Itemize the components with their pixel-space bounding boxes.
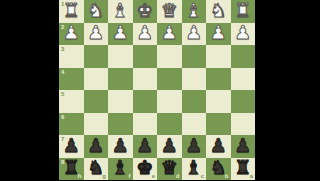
piece-white-pawn: ♟: [63, 23, 80, 42]
piece-white-knight: ♞: [87, 1, 104, 20]
piece-black-pawn: ♟: [161, 136, 178, 155]
square-b5[interactable]: [206, 90, 231, 113]
square-e4[interactable]: [133, 68, 158, 91]
rank-label: 7: [61, 136, 64, 142]
piece-black-pawn: ♟: [112, 136, 129, 155]
piece-white-queen: ♛: [161, 1, 178, 20]
square-d4[interactable]: [157, 68, 182, 91]
square-c4[interactable]: [182, 68, 207, 91]
piece-black-pawn: ♟: [234, 136, 251, 155]
piece-black-pawn: ♟: [136, 136, 153, 155]
piece-black-pawn: ♟: [87, 136, 104, 155]
piece-black-knight: ♞: [87, 158, 104, 177]
square-e5[interactable]: [133, 90, 158, 113]
rank-label: 5: [61, 91, 64, 97]
square-c7[interactable]: ♟: [182, 135, 207, 158]
square-d6[interactable]: [157, 113, 182, 136]
file-label: e: [152, 173, 155, 179]
file-label: g: [102, 173, 106, 179]
piece-white-bishop: ♝: [185, 1, 202, 20]
piece-white-rook: ♜: [63, 1, 80, 20]
square-h2[interactable]: 2♟: [59, 23, 84, 46]
square-a5[interactable]: [231, 90, 256, 113]
file-label: c: [201, 173, 204, 179]
piece-white-bishop: ♝: [112, 1, 129, 20]
square-c3[interactable]: [182, 45, 207, 68]
piece-black-pawn: ♟: [63, 136, 80, 155]
square-g5[interactable]: [84, 90, 109, 113]
piece-black-pawn: ♟: [185, 136, 202, 155]
piece-white-pawn: ♟: [161, 23, 178, 42]
file-label: f: [129, 173, 131, 179]
file-label: b: [225, 173, 229, 179]
piece-white-rook: ♜: [234, 1, 251, 20]
square-h5[interactable]: 5: [59, 90, 84, 113]
chess-board: 1♜♞♝♚♛♝♞♜2♟♟♟♟♟♟♟♟34567♟♟♟♟♟♟♟♟8h♜g♞f♝e♚…: [59, 0, 255, 180]
square-a3[interactable]: [231, 45, 256, 68]
square-e3[interactable]: [133, 45, 158, 68]
square-d1[interactable]: ♛: [157, 0, 182, 23]
square-f6[interactable]: [108, 113, 133, 136]
piece-black-king: ♚: [136, 158, 153, 177]
square-f4[interactable]: [108, 68, 133, 91]
rank-label: 1: [61, 1, 64, 7]
square-a6[interactable]: [231, 113, 256, 136]
piece-white-pawn: ♟: [234, 23, 251, 42]
square-g7[interactable]: ♟: [84, 135, 109, 158]
square-f2[interactable]: ♟: [108, 23, 133, 46]
square-e6[interactable]: [133, 113, 158, 136]
piece-white-pawn: ♟: [185, 23, 202, 42]
square-d7[interactable]: ♟: [157, 135, 182, 158]
piece-white-pawn: ♟: [136, 23, 153, 42]
square-d5[interactable]: [157, 90, 182, 113]
square-h6[interactable]: 6: [59, 113, 84, 136]
piece-white-knight: ♞: [210, 1, 227, 20]
square-a7[interactable]: ♟: [231, 135, 256, 158]
rank-label: 3: [61, 46, 64, 52]
square-a1[interactable]: ♜: [231, 0, 256, 23]
square-b1[interactable]: ♞: [206, 0, 231, 23]
square-c6[interactable]: [182, 113, 207, 136]
square-g4[interactable]: [84, 68, 109, 91]
square-b3[interactable]: [206, 45, 231, 68]
square-b2[interactable]: ♟: [206, 23, 231, 46]
piece-black-bishop: ♝: [185, 158, 202, 177]
square-e2[interactable]: ♟: [133, 23, 158, 46]
square-h4[interactable]: 4: [59, 68, 84, 91]
square-h8[interactable]: 8h♜: [59, 158, 84, 181]
file-label: h: [78, 173, 82, 179]
square-a2[interactable]: ♟: [231, 23, 256, 46]
file-label: d: [176, 173, 180, 179]
piece-white-pawn: ♟: [112, 23, 129, 42]
rank-label: 4: [61, 69, 64, 75]
piece-black-knight: ♞: [210, 158, 227, 177]
square-d3[interactable]: [157, 45, 182, 68]
square-f1[interactable]: ♝: [108, 0, 133, 23]
square-e1[interactable]: ♚: [133, 0, 158, 23]
square-e8[interactable]: e♚: [133, 158, 158, 181]
video-frame: 1♜♞♝♚♛♝♞♜2♟♟♟♟♟♟♟♟34567♟♟♟♟♟♟♟♟8h♜g♞f♝e♚…: [0, 0, 320, 180]
rank-label: 2: [61, 24, 64, 30]
square-d2[interactable]: ♟: [157, 23, 182, 46]
square-a4[interactable]: [231, 68, 256, 91]
piece-black-rook: ♜: [234, 158, 251, 177]
square-e7[interactable]: ♟: [133, 135, 158, 158]
file-label: a: [250, 173, 253, 179]
square-g3[interactable]: [84, 45, 109, 68]
rank-label: 6: [61, 114, 64, 120]
square-c8[interactable]: c♝: [182, 158, 207, 181]
square-c1[interactable]: ♝: [182, 0, 207, 23]
square-f8[interactable]: f♝: [108, 158, 133, 181]
piece-black-queen: ♛: [161, 158, 178, 177]
square-b7[interactable]: ♟: [206, 135, 231, 158]
square-d8[interactable]: d♛: [157, 158, 182, 181]
square-g8[interactable]: g♞: [84, 158, 109, 181]
piece-white-pawn: ♟: [210, 23, 227, 42]
square-f3[interactable]: [108, 45, 133, 68]
square-h3[interactable]: 3: [59, 45, 84, 68]
square-c2[interactable]: ♟: [182, 23, 207, 46]
square-h1[interactable]: 1♜: [59, 0, 84, 23]
square-f7[interactable]: ♟: [108, 135, 133, 158]
square-h7[interactable]: 7♟: [59, 135, 84, 158]
square-a8[interactable]: a♜: [231, 158, 256, 181]
square-c5[interactable]: [182, 90, 207, 113]
piece-black-pawn: ♟: [210, 136, 227, 155]
square-g6[interactable]: [84, 113, 109, 136]
square-f5[interactable]: [108, 90, 133, 113]
square-g2[interactable]: ♟: [84, 23, 109, 46]
square-g1[interactable]: ♞: [84, 0, 109, 23]
rank-label: 8: [61, 159, 64, 165]
piece-black-bishop: ♝: [112, 158, 129, 177]
piece-white-pawn: ♟: [87, 23, 104, 42]
square-b8[interactable]: b♞: [206, 158, 231, 181]
piece-black-rook: ♜: [63, 158, 80, 177]
square-b4[interactable]: [206, 68, 231, 91]
square-b6[interactable]: [206, 113, 231, 136]
piece-white-king: ♚: [136, 1, 153, 20]
